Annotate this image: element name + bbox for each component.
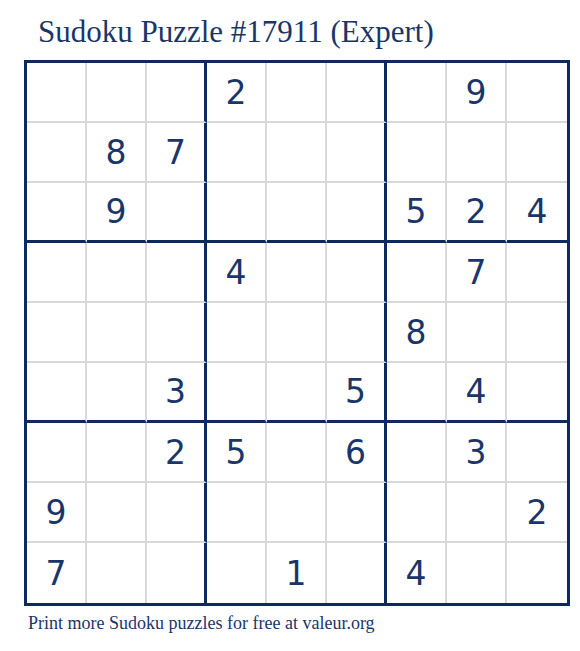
cell-r5c8[interactable]: [447, 303, 507, 363]
cell-r7c5[interactable]: [267, 423, 327, 483]
cell-r4c7[interactable]: [387, 243, 447, 303]
cell-r3c7[interactable]: 5: [387, 183, 447, 243]
cell-r7c2[interactable]: [87, 423, 147, 483]
cell-r3c8[interactable]: 2: [447, 183, 507, 243]
cell-r4c1[interactable]: [27, 243, 87, 303]
page-title: Sudoku Puzzle #17911 (Expert): [38, 16, 434, 47]
cell-r7c4[interactable]: 5: [207, 423, 267, 483]
cell-r2c7[interactable]: [387, 123, 447, 183]
cell-r5c7[interactable]: 8: [387, 303, 447, 363]
cell-r8c8[interactable]: [447, 483, 507, 543]
cell-r4c9[interactable]: [507, 243, 567, 303]
cell-r1c3[interactable]: [147, 63, 207, 123]
cell-r5c4[interactable]: [207, 303, 267, 363]
cell-r8c7[interactable]: [387, 483, 447, 543]
cell-r8c6[interactable]: [327, 483, 387, 543]
cell-r9c5[interactable]: 1: [267, 543, 327, 603]
cell-r4c4[interactable]: 4: [207, 243, 267, 303]
cell-r4c8[interactable]: 7: [447, 243, 507, 303]
cell-r2c1[interactable]: [27, 123, 87, 183]
cell-r2c8[interactable]: [447, 123, 507, 183]
cell-r1c6[interactable]: [327, 63, 387, 123]
cell-r3c6[interactable]: [327, 183, 387, 243]
cell-r4c2[interactable]: [87, 243, 147, 303]
cell-r3c4[interactable]: [207, 183, 267, 243]
cell-r1c8[interactable]: 9: [447, 63, 507, 123]
cell-r6c9[interactable]: [507, 363, 567, 423]
cell-r7c7[interactable]: [387, 423, 447, 483]
cell-r6c5[interactable]: [267, 363, 327, 423]
cell-r3c9[interactable]: 4: [507, 183, 567, 243]
cell-r1c2[interactable]: [87, 63, 147, 123]
cell-r9c1[interactable]: 7: [27, 543, 87, 603]
cell-r9c7[interactable]: 4: [387, 543, 447, 603]
cell-r8c4[interactable]: [207, 483, 267, 543]
footer-text: Print more Sudoku puzzles for free at va…: [28, 613, 375, 635]
cell-r2c3[interactable]: 7: [147, 123, 207, 183]
cell-r8c5[interactable]: [267, 483, 327, 543]
cell-r8c2[interactable]: [87, 483, 147, 543]
cell-r9c6[interactable]: [327, 543, 387, 603]
cell-r1c9[interactable]: [507, 63, 567, 123]
cell-r4c3[interactable]: [147, 243, 207, 303]
cell-r6c1[interactable]: [27, 363, 87, 423]
cell-r4c6[interactable]: [327, 243, 387, 303]
cell-r6c8[interactable]: 4: [447, 363, 507, 423]
cell-r2c9[interactable]: [507, 123, 567, 183]
cell-r6c2[interactable]: [87, 363, 147, 423]
cell-r7c9[interactable]: [507, 423, 567, 483]
cell-r3c1[interactable]: [27, 183, 87, 243]
cell-r6c3[interactable]: 3: [147, 363, 207, 423]
cell-r5c9[interactable]: [507, 303, 567, 363]
cell-r1c1[interactable]: [27, 63, 87, 123]
cell-r8c9[interactable]: 2: [507, 483, 567, 543]
cell-r5c6[interactable]: [327, 303, 387, 363]
cell-r2c4[interactable]: [207, 123, 267, 183]
cell-r3c3[interactable]: [147, 183, 207, 243]
cell-r9c8[interactable]: [447, 543, 507, 603]
cell-r5c3[interactable]: [147, 303, 207, 363]
cell-r9c9[interactable]: [507, 543, 567, 603]
cell-r3c2[interactable]: 9: [87, 183, 147, 243]
cell-r6c7[interactable]: [387, 363, 447, 423]
cell-r8c3[interactable]: [147, 483, 207, 543]
cell-r6c4[interactable]: [207, 363, 267, 423]
cell-r2c6[interactable]: [327, 123, 387, 183]
cell-r4c5[interactable]: [267, 243, 327, 303]
cell-r9c3[interactable]: [147, 543, 207, 603]
cell-r7c6[interactable]: 6: [327, 423, 387, 483]
cell-r6c6[interactable]: 5: [327, 363, 387, 423]
page: Sudoku Puzzle #17911 (Expert) 2987952447…: [0, 0, 580, 651]
sudoku-board: 29879524478354256392714: [24, 60, 570, 606]
cell-r7c1[interactable]: [27, 423, 87, 483]
cell-r1c7[interactable]: [387, 63, 447, 123]
cell-r7c8[interactable]: 3: [447, 423, 507, 483]
cell-r1c5[interactable]: [267, 63, 327, 123]
cell-r9c2[interactable]: [87, 543, 147, 603]
cell-r2c5[interactable]: [267, 123, 327, 183]
cell-r3c5[interactable]: [267, 183, 327, 243]
cell-r7c3[interactable]: 2: [147, 423, 207, 483]
cell-r2c2[interactable]: 8: [87, 123, 147, 183]
cell-r5c2[interactable]: [87, 303, 147, 363]
cell-r5c5[interactable]: [267, 303, 327, 363]
cell-r9c4[interactable]: [207, 543, 267, 603]
cell-r5c1[interactable]: [27, 303, 87, 363]
cell-r8c1[interactable]: 9: [27, 483, 87, 543]
cell-r1c4[interactable]: 2: [207, 63, 267, 123]
